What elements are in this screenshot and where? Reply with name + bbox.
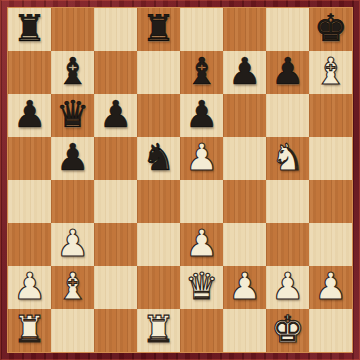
square-h1[interactable]	[309, 309, 352, 352]
square-f4[interactable]	[223, 180, 266, 223]
square-b7[interactable]: ♝	[51, 51, 94, 94]
square-g7[interactable]: ♟	[266, 51, 309, 94]
white-pawn[interactable]: ♟	[228, 268, 261, 305]
square-g8[interactable]	[266, 8, 309, 51]
square-b5[interactable]: ♟	[51, 137, 94, 180]
square-f7[interactable]: ♟	[223, 51, 266, 94]
square-b1[interactable]	[51, 309, 94, 352]
white-pawn[interactable]: ♟	[185, 139, 218, 176]
chess-board: ♜♜♚♝♝♟♟♝♟♛♟♟♟♞♟♞♟♟♟♝♛♟♟♟♜♜♚	[8, 8, 352, 352]
square-e6[interactable]: ♟	[180, 94, 223, 137]
square-c7[interactable]	[94, 51, 137, 94]
square-f3[interactable]	[223, 223, 266, 266]
square-h8[interactable]: ♚	[309, 8, 352, 51]
square-g2[interactable]: ♟	[266, 266, 309, 309]
square-h6[interactable]	[309, 94, 352, 137]
black-rook[interactable]: ♜	[142, 10, 175, 47]
square-d8[interactable]: ♜	[137, 8, 180, 51]
square-c8[interactable]	[94, 8, 137, 51]
square-g6[interactable]	[266, 94, 309, 137]
square-f5[interactable]	[223, 137, 266, 180]
square-b4[interactable]	[51, 180, 94, 223]
white-queen[interactable]: ♛	[185, 268, 218, 305]
black-pawn[interactable]: ♟	[99, 96, 132, 133]
square-a5[interactable]	[8, 137, 51, 180]
square-c6[interactable]: ♟	[94, 94, 137, 137]
white-pawn[interactable]: ♟	[271, 268, 304, 305]
square-d4[interactable]	[137, 180, 180, 223]
square-d5[interactable]: ♞	[137, 137, 180, 180]
square-h3[interactable]	[309, 223, 352, 266]
white-rook[interactable]: ♜	[13, 311, 46, 348]
white-bishop[interactable]: ♝	[56, 268, 89, 305]
square-d6[interactable]	[137, 94, 180, 137]
square-e8[interactable]	[180, 8, 223, 51]
square-b3[interactable]: ♟	[51, 223, 94, 266]
square-a4[interactable]	[8, 180, 51, 223]
square-b8[interactable]	[51, 8, 94, 51]
square-h2[interactable]: ♟	[309, 266, 352, 309]
square-h7[interactable]: ♝	[309, 51, 352, 94]
white-knight[interactable]: ♞	[271, 139, 304, 176]
square-a3[interactable]	[8, 223, 51, 266]
square-e7[interactable]: ♝	[180, 51, 223, 94]
black-pawn[interactable]: ♟	[271, 53, 304, 90]
board-frame: ♜♜♚♝♝♟♟♝♟♛♟♟♟♞♟♞♟♟♟♝♛♟♟♟♜♜♚	[0, 0, 360, 360]
square-a8[interactable]: ♜	[8, 8, 51, 51]
square-g5[interactable]: ♞	[266, 137, 309, 180]
white-bishop[interactable]: ♝	[314, 53, 347, 90]
square-b6[interactable]: ♛	[51, 94, 94, 137]
square-d1[interactable]: ♜	[137, 309, 180, 352]
black-king[interactable]: ♚	[314, 10, 347, 47]
black-pawn[interactable]: ♟	[56, 139, 89, 176]
white-pawn[interactable]: ♟	[185, 225, 218, 262]
square-d7[interactable]	[137, 51, 180, 94]
black-knight[interactable]: ♞	[142, 139, 175, 176]
black-bishop[interactable]: ♝	[185, 53, 218, 90]
black-bishop[interactable]: ♝	[56, 53, 89, 90]
square-e5[interactable]: ♟	[180, 137, 223, 180]
square-d2[interactable]	[137, 266, 180, 309]
square-f8[interactable]	[223, 8, 266, 51]
square-g4[interactable]	[266, 180, 309, 223]
square-d3[interactable]	[137, 223, 180, 266]
square-f1[interactable]	[223, 309, 266, 352]
square-g1[interactable]: ♚	[266, 309, 309, 352]
white-pawn[interactable]: ♟	[56, 225, 89, 262]
square-h4[interactable]	[309, 180, 352, 223]
black-pawn[interactable]: ♟	[228, 53, 261, 90]
white-rook[interactable]: ♜	[142, 311, 175, 348]
black-queen[interactable]: ♛	[56, 96, 89, 133]
white-king[interactable]: ♚	[271, 311, 304, 348]
black-pawn[interactable]: ♟	[185, 96, 218, 133]
black-pawn[interactable]: ♟	[13, 96, 46, 133]
square-h5[interactable]	[309, 137, 352, 180]
square-f6[interactable]	[223, 94, 266, 137]
square-f2[interactable]: ♟	[223, 266, 266, 309]
square-e2[interactable]: ♛	[180, 266, 223, 309]
square-a7[interactable]	[8, 51, 51, 94]
white-pawn[interactable]: ♟	[314, 268, 347, 305]
square-c5[interactable]	[94, 137, 137, 180]
square-e4[interactable]	[180, 180, 223, 223]
square-c4[interactable]	[94, 180, 137, 223]
square-b2[interactable]: ♝	[51, 266, 94, 309]
square-c1[interactable]	[94, 309, 137, 352]
square-g3[interactable]	[266, 223, 309, 266]
square-c3[interactable]	[94, 223, 137, 266]
square-a2[interactable]: ♟	[8, 266, 51, 309]
white-pawn[interactable]: ♟	[13, 268, 46, 305]
square-a6[interactable]: ♟	[8, 94, 51, 137]
black-rook[interactable]: ♜	[13, 10, 46, 47]
square-e3[interactable]: ♟	[180, 223, 223, 266]
square-a1[interactable]: ♜	[8, 309, 51, 352]
square-c2[interactable]	[94, 266, 137, 309]
square-e1[interactable]	[180, 309, 223, 352]
